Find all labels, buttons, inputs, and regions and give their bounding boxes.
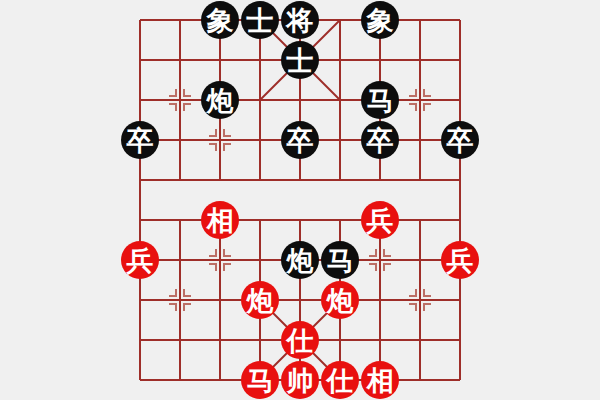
black-advisor[interactable]: 士 <box>241 1 279 39</box>
red-cannon[interactable]: 炮 <box>241 281 279 319</box>
red-advisor[interactable]: 仕 <box>321 361 359 399</box>
black-advisor[interactable]: 士 <box>281 41 319 79</box>
black-elephant[interactable]: 象 <box>361 1 399 39</box>
pieces-layer: 象士将象士炮马卒卒卒卒炮马相兵兵兵炮炮仕马帅仕相 <box>120 0 480 400</box>
red-cannon[interactable]: 炮 <box>321 281 359 319</box>
black-soldier[interactable]: 卒 <box>441 121 479 159</box>
black-horse[interactable]: 马 <box>361 81 399 119</box>
black-soldier[interactable]: 卒 <box>361 121 399 159</box>
xiangqi-board[interactable]: 象士将象士炮马卒卒卒卒炮马相兵兵兵炮炮仕马帅仕相 <box>120 0 480 400</box>
red-elephant[interactable]: 相 <box>201 201 239 239</box>
black-horse[interactable]: 马 <box>321 241 359 279</box>
red-pawn[interactable]: 兵 <box>121 241 159 279</box>
black-cannon[interactable]: 炮 <box>201 81 239 119</box>
black-cannon[interactable]: 炮 <box>281 241 319 279</box>
black-general[interactable]: 将 <box>281 1 319 39</box>
red-advisor[interactable]: 仕 <box>281 321 319 359</box>
black-elephant[interactable]: 象 <box>201 1 239 39</box>
red-horse[interactable]: 马 <box>241 361 279 399</box>
red-general[interactable]: 帅 <box>281 361 319 399</box>
red-elephant[interactable]: 相 <box>361 361 399 399</box>
red-pawn[interactable]: 兵 <box>441 241 479 279</box>
black-soldier[interactable]: 卒 <box>281 121 319 159</box>
black-soldier[interactable]: 卒 <box>121 121 159 159</box>
app-background: 象士将象士炮马卒卒卒卒炮马相兵兵兵炮炮仕马帅仕相 <box>0 0 600 400</box>
red-pawn[interactable]: 兵 <box>361 201 399 239</box>
